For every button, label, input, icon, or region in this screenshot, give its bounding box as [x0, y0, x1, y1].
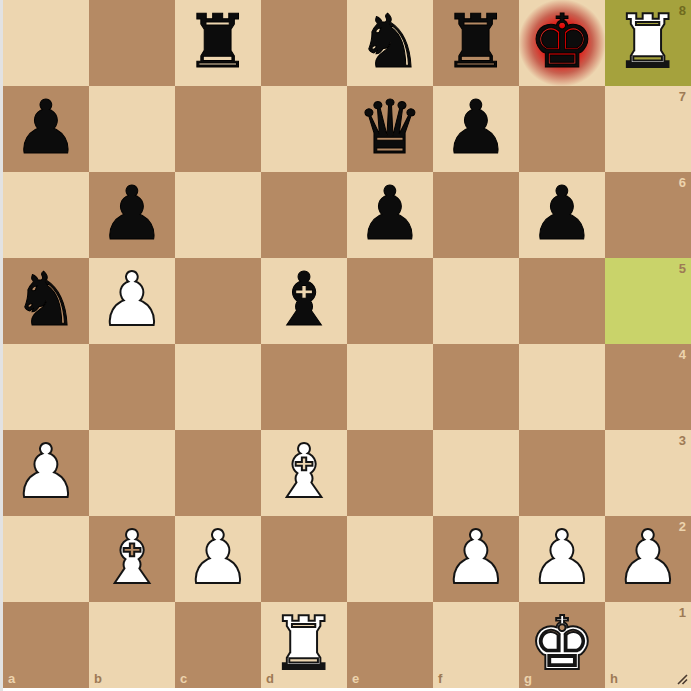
square-f5[interactable] — [433, 258, 519, 344]
square-d8[interactable] — [261, 0, 347, 86]
piece-white-bishop[interactable]: ♝ — [89, 516, 175, 602]
square-h6[interactable]: 6 — [605, 172, 691, 258]
square-a8[interactable] — [3, 0, 89, 86]
square-c4[interactable] — [175, 344, 261, 430]
square-a7[interactable]: ♟ — [3, 86, 89, 172]
file-label-e: e — [352, 672, 359, 685]
square-f2[interactable]: ♟ — [433, 516, 519, 602]
rank-label-3: 3 — [679, 434, 686, 447]
square-f6[interactable] — [433, 172, 519, 258]
piece-white-pawn[interactable]: ♟ — [175, 516, 261, 602]
square-e6[interactable]: ♟ — [347, 172, 433, 258]
piece-black-rook[interactable]: ♜ — [175, 0, 261, 86]
piece-black-knight[interactable]: ♞ — [347, 0, 433, 86]
square-h7[interactable]: 7 — [605, 86, 691, 172]
square-g6[interactable]: ♟ — [519, 172, 605, 258]
piece-black-bishop[interactable]: ♝ — [261, 258, 347, 344]
square-g3[interactable] — [519, 430, 605, 516]
square-f7[interactable]: ♟ — [433, 86, 519, 172]
square-d4[interactable] — [261, 344, 347, 430]
piece-white-pawn[interactable]: ♟ — [3, 430, 89, 516]
square-a4[interactable] — [3, 344, 89, 430]
file-label-f: f — [438, 672, 442, 685]
square-c1[interactable]: c — [175, 602, 261, 688]
square-b1[interactable]: b — [89, 602, 175, 688]
piece-white-pawn[interactable]: ♟ — [89, 258, 175, 344]
square-c5[interactable] — [175, 258, 261, 344]
square-c8[interactable]: ♜ — [175, 0, 261, 86]
square-b8[interactable] — [89, 0, 175, 86]
piece-white-pawn[interactable]: ♟ — [433, 516, 519, 602]
square-a2[interactable] — [3, 516, 89, 602]
piece-white-pawn[interactable]: ♟ — [605, 516, 691, 602]
rank-label-1: 1 — [679, 606, 686, 619]
piece-white-rook[interactable]: ♜ — [605, 0, 691, 86]
square-a6[interactable] — [3, 172, 89, 258]
square-d6[interactable] — [261, 172, 347, 258]
piece-white-bishop[interactable]: ♝ — [261, 430, 347, 516]
piece-black-pawn[interactable]: ♟ — [89, 172, 175, 258]
piece-black-rook[interactable]: ♜ — [433, 0, 519, 86]
square-g4[interactable] — [519, 344, 605, 430]
square-b6[interactable]: ♟ — [89, 172, 175, 258]
square-b4[interactable] — [89, 344, 175, 430]
square-f4[interactable] — [433, 344, 519, 430]
square-a1[interactable]: a — [3, 602, 89, 688]
square-d1[interactable]: d♜ — [261, 602, 347, 688]
rank-label-4: 4 — [679, 348, 686, 361]
square-b2[interactable]: ♝ — [89, 516, 175, 602]
square-d3[interactable]: ♝ — [261, 430, 347, 516]
piece-black-pawn[interactable]: ♟ — [3, 86, 89, 172]
piece-white-king[interactable]: ♚ — [519, 602, 605, 688]
square-e8[interactable]: ♞ — [347, 0, 433, 86]
piece-black-pawn[interactable]: ♟ — [519, 172, 605, 258]
square-c6[interactable] — [175, 172, 261, 258]
piece-black-queen[interactable]: ♛ — [347, 86, 433, 172]
square-f3[interactable] — [433, 430, 519, 516]
square-d5[interactable]: ♝ — [261, 258, 347, 344]
square-g5[interactable] — [519, 258, 605, 344]
square-c7[interactable] — [175, 86, 261, 172]
square-e2[interactable] — [347, 516, 433, 602]
square-h8[interactable]: 8♜ — [605, 0, 691, 86]
square-a5[interactable]: ♞ — [3, 258, 89, 344]
square-g7[interactable] — [519, 86, 605, 172]
square-h3[interactable]: 3 — [605, 430, 691, 516]
chess-board: ♜♞♜♚8♜♟♛♟7♟♟♟6♞♟♝54♟♝3♝♟♟♟2♟abcd♜efg♚1h — [3, 0, 691, 688]
file-label-a: a — [8, 672, 15, 685]
rank-label-6: 6 — [679, 176, 686, 189]
file-label-h: h — [610, 672, 618, 685]
file-label-c: c — [180, 672, 187, 685]
square-c2[interactable]: ♟ — [175, 516, 261, 602]
piece-black-pawn[interactable]: ♟ — [347, 172, 433, 258]
square-c3[interactable] — [175, 430, 261, 516]
piece-white-pawn[interactable]: ♟ — [519, 516, 605, 602]
square-g2[interactable]: ♟ — [519, 516, 605, 602]
square-g8[interactable]: ♚ — [519, 0, 605, 86]
square-b3[interactable] — [89, 430, 175, 516]
square-f1[interactable]: f — [433, 602, 519, 688]
square-d7[interactable] — [261, 86, 347, 172]
square-h2[interactable]: 2♟ — [605, 516, 691, 602]
square-e1[interactable]: e — [347, 602, 433, 688]
rank-label-7: 7 — [679, 90, 686, 103]
square-e5[interactable] — [347, 258, 433, 344]
piece-black-pawn[interactable]: ♟ — [433, 86, 519, 172]
square-h1[interactable]: 1h — [605, 602, 691, 688]
square-d2[interactable] — [261, 516, 347, 602]
file-label-b: b — [94, 672, 102, 685]
piece-black-knight[interactable]: ♞ — [3, 258, 89, 344]
square-f8[interactable]: ♜ — [433, 0, 519, 86]
square-h4[interactable]: 4 — [605, 344, 691, 430]
square-b5[interactable]: ♟ — [89, 258, 175, 344]
square-h5[interactable]: 5 — [605, 258, 691, 344]
square-e4[interactable] — [347, 344, 433, 430]
board-resize-handle-icon[interactable] — [675, 672, 689, 686]
piece-white-rook[interactable]: ♜ — [261, 602, 347, 688]
rank-label-5: 5 — [679, 262, 686, 275]
square-e3[interactable] — [347, 430, 433, 516]
square-a3[interactable]: ♟ — [3, 430, 89, 516]
square-b7[interactable] — [89, 86, 175, 172]
piece-black-king[interactable]: ♚ — [519, 0, 605, 86]
page: { "game": "chess", "position": { "fen": … — [0, 0, 691, 691]
square-g1[interactable]: g♚ — [519, 602, 605, 688]
square-e7[interactable]: ♛ — [347, 86, 433, 172]
